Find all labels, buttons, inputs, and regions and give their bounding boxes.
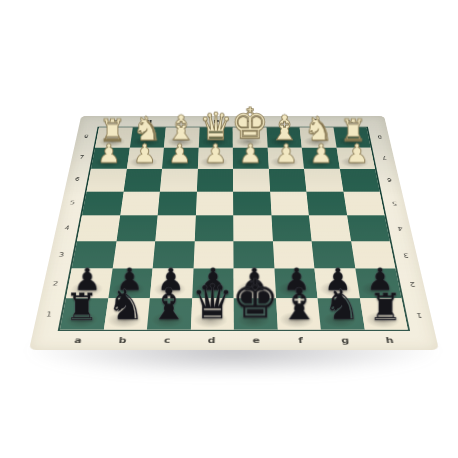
square-g4[interactable] bbox=[309, 215, 351, 241]
rank-label: 1 bbox=[45, 312, 52, 318]
square-d6[interactable] bbox=[196, 169, 233, 192]
square-c6[interactable] bbox=[160, 169, 198, 192]
black-king-e1[interactable]: ♚ bbox=[232, 272, 280, 326]
rank-label: 7 bbox=[381, 155, 386, 159]
square-g5[interactable] bbox=[306, 191, 346, 215]
square-c5[interactable] bbox=[158, 191, 197, 215]
square-g1[interactable]: ♞ bbox=[318, 298, 365, 330]
square-h5[interactable] bbox=[343, 191, 385, 215]
file-label: h bbox=[385, 336, 394, 344]
square-h4[interactable] bbox=[347, 215, 390, 241]
file-label: f bbox=[298, 336, 303, 344]
white-pawn-c7[interactable]: ♟ bbox=[168, 140, 192, 166]
square-f4[interactable] bbox=[271, 215, 312, 241]
square-e6[interactable] bbox=[233, 169, 270, 192]
rank-label: 3 bbox=[58, 252, 64, 258]
square-h6[interactable] bbox=[339, 169, 379, 192]
white-pawn-b7[interactable]: ♟ bbox=[133, 140, 157, 166]
rank-label: 4 bbox=[64, 226, 70, 231]
square-b1[interactable]: ♞ bbox=[103, 298, 149, 330]
square-h1[interactable]: ♜ bbox=[359, 298, 407, 330]
black-knight-b1[interactable]: ♞ bbox=[107, 284, 145, 326]
black-knight-g1[interactable]: ♞ bbox=[323, 284, 361, 326]
square-f1[interactable]: ♝ bbox=[276, 298, 321, 330]
rank-label: 8 bbox=[377, 135, 382, 139]
vinyl-chess-mat: abcdefgh abcdefgh 87654321 87654321 ♜♞♝♛… bbox=[29, 116, 439, 350]
square-e1[interactable]: ♚ bbox=[234, 298, 278, 330]
file-label: b bbox=[118, 336, 127, 344]
white-pawn-h7[interactable]: ♟ bbox=[345, 140, 369, 166]
square-a5[interactable] bbox=[82, 191, 123, 215]
square-g6[interactable] bbox=[304, 169, 343, 192]
rank-label: 5 bbox=[69, 201, 75, 206]
black-bishop-f1[interactable]: ♝ bbox=[279, 282, 318, 326]
rank-label: 5 bbox=[391, 201, 397, 206]
file-label: c bbox=[164, 336, 171, 344]
rank-label: 1 bbox=[415, 312, 422, 318]
square-d4[interactable] bbox=[194, 215, 233, 241]
square-f6[interactable] bbox=[268, 169, 306, 192]
rank-label: 2 bbox=[52, 281, 59, 287]
file-labels-bottom: abcdefgh bbox=[54, 331, 414, 350]
white-pawn-e7[interactable]: ♟ bbox=[239, 140, 263, 166]
square-d1[interactable]: ♛ bbox=[190, 298, 233, 330]
square-b4[interactable] bbox=[116, 215, 157, 241]
rank-label: 6 bbox=[386, 177, 392, 182]
white-pawn-a7[interactable]: ♟ bbox=[97, 140, 121, 166]
square-g7[interactable]: ♟ bbox=[302, 148, 340, 169]
file-label: e bbox=[252, 336, 260, 344]
file-label: a bbox=[74, 336, 83, 344]
square-a1[interactable]: ♜ bbox=[60, 298, 108, 330]
chess-board: ♜♞♝♛♚♝♞♜♟♟♟♟♟♟♟♟♟♟♟♟♟♟♟♟♜♞♝♛♚♝♞♜ bbox=[60, 128, 408, 330]
square-h7[interactable]: ♟ bbox=[336, 148, 375, 169]
black-queen-d1[interactable]: ♛ bbox=[191, 278, 234, 326]
square-b5[interactable] bbox=[120, 191, 160, 215]
perspective-stage: abcdefgh abcdefgh 87654321 87654321 ♜♞♝♛… bbox=[0, 0, 458, 458]
rank-label: 7 bbox=[79, 155, 84, 159]
square-e7[interactable]: ♟ bbox=[233, 148, 269, 169]
rank-label: 8 bbox=[84, 135, 89, 139]
black-rook-h1[interactable]: ♜ bbox=[368, 288, 402, 326]
white-pawn-f7[interactable]: ♟ bbox=[274, 140, 298, 166]
black-bishop-c1[interactable]: ♝ bbox=[149, 282, 188, 326]
square-a7[interactable]: ♟ bbox=[91, 148, 130, 169]
square-c7[interactable]: ♟ bbox=[162, 148, 198, 169]
white-pawn-g7[interactable]: ♟ bbox=[310, 140, 334, 166]
square-f5[interactable] bbox=[270, 191, 309, 215]
square-e4[interactable] bbox=[233, 215, 272, 241]
board-frame-line: ♜♞♝♛♚♝♞♜♟♟♟♟♟♟♟♟♟♟♟♟♟♟♟♟♜♞♝♛♚♝♞♜ bbox=[58, 127, 410, 331]
rank-label: 3 bbox=[402, 252, 408, 258]
square-f7[interactable]: ♟ bbox=[267, 148, 304, 169]
rank-label: 4 bbox=[397, 226, 403, 231]
photo-background: abcdefgh abcdefgh 87654321 87654321 ♜♞♝♛… bbox=[0, 0, 458, 458]
square-b6[interactable] bbox=[123, 169, 162, 192]
rank-label: 2 bbox=[409, 281, 416, 287]
square-b7[interactable]: ♟ bbox=[126, 148, 163, 169]
square-e5[interactable] bbox=[233, 191, 271, 215]
rank-label: 6 bbox=[74, 177, 80, 182]
square-c1[interactable]: ♝ bbox=[147, 298, 192, 330]
white-pawn-d7[interactable]: ♟ bbox=[204, 140, 228, 166]
file-label: d bbox=[208, 336, 216, 344]
file-label: g bbox=[341, 336, 350, 344]
square-a6[interactable] bbox=[87, 169, 127, 192]
square-d7[interactable]: ♟ bbox=[197, 148, 233, 169]
square-c4[interactable] bbox=[155, 215, 195, 241]
square-a4[interactable] bbox=[77, 215, 120, 241]
square-d5[interactable] bbox=[195, 191, 233, 215]
black-rook-a1[interactable]: ♜ bbox=[65, 288, 99, 326]
